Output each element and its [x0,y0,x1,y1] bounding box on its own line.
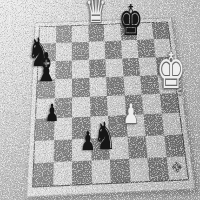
square-f1[interactable] [129,158,150,182]
black-knight-e2[interactable]: ♞ [94,117,116,155]
square-b1[interactable] [53,161,72,185]
square-e1[interactable] [110,159,130,183]
square-c4[interactable] [72,97,90,118]
white-pawn-f3[interactable]: ♟ [123,100,139,127]
square-e6[interactable] [105,58,123,77]
square-g6[interactable] [138,57,157,76]
square-b8[interactable] [56,26,72,43]
square-h3[interactable] [161,113,182,135]
board-corner-emblem: ❖ [166,156,188,180]
square-c7[interactable] [72,42,89,60]
square-a1[interactable] [33,162,53,186]
black-bishop-a5[interactable]: ♝ [34,47,58,87]
square-g1[interactable] [147,157,168,181]
square-h8[interactable] [151,22,169,39]
square-a2[interactable] [34,140,53,163]
square-h2[interactable] [164,134,185,157]
square-c1[interactable] [72,160,91,184]
square-c6[interactable] [72,59,89,78]
white-queen-d8[interactable]: ♛ [85,0,106,28]
square-c5[interactable] [72,78,90,98]
white-king-h5[interactable]: ♚ [156,46,186,96]
square-g3[interactable] [144,114,164,136]
square-f5[interactable] [123,76,142,96]
square-e5[interactable] [106,76,124,96]
square-d6[interactable] [89,59,106,78]
square-d5[interactable] [89,77,107,97]
chessboard-photo: ❖ ♛♚♞♝♚♟♟♟♞ [0,0,200,200]
square-d7[interactable] [88,41,105,59]
square-b2[interactable] [53,139,72,162]
square-h1[interactable]: ❖ [166,156,188,180]
square-g2[interactable] [145,135,166,158]
square-f2[interactable] [127,136,147,159]
square-d1[interactable] [91,159,111,183]
square-f6[interactable] [122,57,140,76]
black-king-f7[interactable]: ♚ [119,0,144,42]
black-pawn-b3[interactable]: ♟ [45,101,59,125]
